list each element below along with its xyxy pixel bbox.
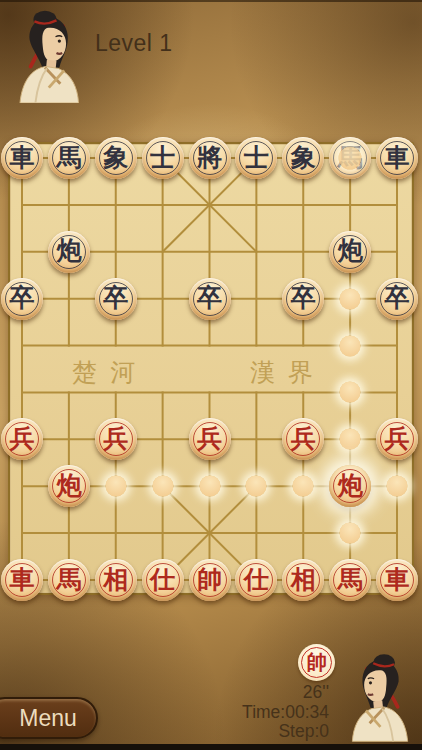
capture-hint-dot[interactable] [339,147,362,170]
piece-glyph: 兵 [291,426,316,451]
move-hint-dot[interactable] [387,476,408,497]
piece-glyph: 仕 [150,567,175,592]
piece-black-炮[interactable]: 炮 [48,231,90,273]
menu-button-label: Menu [19,705,77,732]
piece-glyph: 炮 [338,238,363,263]
piece-glyph: 相 [291,567,316,592]
piece-glyph: 兵 [385,426,410,451]
piece-black-卒[interactable]: 卒 [1,278,43,320]
total-time: Time:00:34 [242,703,329,723]
move-hint-dot[interactable] [340,288,361,309]
turn-indicator-glyph: 帥 [307,649,327,676]
piece-glyph: 兵 [10,426,35,451]
piece-glyph: 仕 [244,567,269,592]
move-hint-dot[interactable] [340,382,361,403]
move-hint-dot[interactable] [340,335,361,356]
piece-red-炮[interactable]: 炮 [48,465,90,507]
piece-glyph: 卒 [10,285,35,310]
piece-glyph: 士 [244,145,269,170]
piece-glyph: 卒 [103,285,128,310]
piece-red-相[interactable]: 相 [282,559,324,601]
piece-glyph: 炮 [56,473,81,498]
piece-glyph: 卒 [385,285,410,310]
piece-glyph: 馬 [56,145,81,170]
piece-red-兵[interactable]: 兵 [282,418,324,460]
river-label-right: 漢界 [250,358,326,387]
piece-red-馬[interactable]: 馬 [48,559,90,601]
move-hint-dot[interactable] [340,523,361,544]
piece-red-相[interactable]: 相 [95,559,137,601]
piece-black-士[interactable]: 士 [142,137,184,179]
piece-glyph: 卒 [197,285,222,310]
step-counter: Step:0 [278,722,329,742]
piece-black-卒[interactable]: 卒 [376,278,418,320]
piece-glyph: 象 [103,145,128,170]
piece-black-馬[interactable]: 馬 [48,137,90,179]
piece-black-卒[interactable]: 卒 [189,278,231,320]
piece-glyph: 車 [385,145,410,170]
xiangqi-app: Level 1 楚河 漢界 車馬象士將士象馬車炮炮卒卒卒卒卒兵兵兵兵兵炮炮車馬相… [0,0,422,750]
player-avatar [346,646,422,746]
move-hint-dot[interactable] [152,476,173,497]
piece-black-將[interactable]: 將 [189,137,231,179]
piece-red-兵[interactable]: 兵 [189,418,231,460]
piece-glyph: 車 [10,567,35,592]
piece-glyph: 卒 [291,285,316,310]
piece-red-兵[interactable]: 兵 [376,418,418,460]
level-label: Level 1 [95,30,173,57]
move-timer: 26'' [303,683,329,703]
piece-red-帥[interactable]: 帥 [189,559,231,601]
piece-black-士[interactable]: 士 [235,137,277,179]
piece-black-車[interactable]: 車 [376,137,418,179]
piece-glyph: 兵 [103,426,128,451]
move-hint-dot[interactable] [199,476,220,497]
move-hint-dot[interactable] [293,476,314,497]
hud-info: 26'' Time:00:34 Step:0 [159,683,329,742]
piece-black-車[interactable]: 車 [1,137,43,179]
river-label-left: 楚河 [72,358,148,387]
piece-glyph: 帥 [197,567,222,592]
bottom-edge-strip [0,744,422,750]
move-hint-dot[interactable] [340,429,361,450]
piece-glyph: 馬 [338,567,363,592]
piece-glyph: 炮 [56,238,81,263]
piece-glyph: 馬 [56,567,81,592]
piece-red-車[interactable]: 車 [1,559,43,601]
piece-red-仕[interactable]: 仕 [235,559,277,601]
piece-glyph: 將 [197,145,222,170]
piece-glyph: 相 [103,567,128,592]
piece-glyph: 象 [291,145,316,170]
piece-glyph: 士 [150,145,175,170]
move-hint-dot[interactable] [246,476,267,497]
piece-glyph: 車 [10,145,35,170]
piece-red-兵[interactable]: 兵 [1,418,43,460]
piece-glyph: 炮 [338,473,363,498]
piece-red-車[interactable]: 車 [376,559,418,601]
piece-black-象[interactable]: 象 [282,137,324,179]
piece-glyph: 兵 [197,426,222,451]
menu-button[interactable]: Menu [0,697,98,739]
piece-black-卒[interactable]: 卒 [95,278,137,320]
piece-red-馬[interactable]: 馬 [329,559,371,601]
piece-black-象[interactable]: 象 [95,137,137,179]
piece-black-卒[interactable]: 卒 [282,278,324,320]
opponent-avatar [2,7,86,103]
turn-indicator-badge: 帥 [298,644,335,681]
piece-red-炮[interactable]: 炮 [329,465,371,507]
move-hint-dot[interactable] [105,476,126,497]
piece-black-炮[interactable]: 炮 [329,231,371,273]
piece-glyph: 車 [385,567,410,592]
piece-red-兵[interactable]: 兵 [95,418,137,460]
piece-red-仕[interactable]: 仕 [142,559,184,601]
